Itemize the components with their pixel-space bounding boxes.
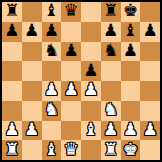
square-g4[interactable] bbox=[121, 81, 141, 101]
square-d2[interactable] bbox=[61, 121, 81, 141]
square-f8[interactable]: ♜ bbox=[101, 2, 121, 22]
square-d3[interactable] bbox=[61, 101, 81, 121]
square-e5[interactable]: ♟ bbox=[81, 61, 101, 81]
square-c1[interactable]: ♝ bbox=[42, 140, 62, 160]
square-e3[interactable] bbox=[81, 101, 101, 121]
square-d4[interactable]: ♟ bbox=[61, 81, 81, 101]
square-h4[interactable] bbox=[140, 81, 160, 101]
white-pawn[interactable]: ♟ bbox=[4, 121, 19, 138]
black-bishop[interactable]: ♝ bbox=[123, 22, 138, 39]
square-f3[interactable]: ♞ bbox=[101, 101, 121, 121]
square-c8[interactable]: ♝ bbox=[42, 2, 62, 22]
square-f6[interactable]: ♞ bbox=[101, 42, 121, 62]
square-f1[interactable]: ♜ bbox=[101, 140, 121, 160]
square-f4[interactable] bbox=[101, 81, 121, 101]
square-d5[interactable] bbox=[61, 61, 81, 81]
white-pawn[interactable]: ♟ bbox=[83, 81, 98, 98]
black-pawn[interactable]: ♟ bbox=[44, 22, 59, 39]
white-bishop[interactable]: ♝ bbox=[83, 121, 98, 138]
black-king[interactable]: ♚ bbox=[123, 2, 138, 19]
white-pawn[interactable]: ♟ bbox=[24, 121, 39, 138]
square-h5[interactable] bbox=[140, 61, 160, 81]
square-a7[interactable]: ♟ bbox=[2, 22, 22, 42]
black-bishop[interactable]: ♝ bbox=[44, 2, 59, 19]
square-a4[interactable] bbox=[2, 81, 22, 101]
white-knight[interactable]: ♞ bbox=[103, 101, 118, 118]
square-b6[interactable] bbox=[22, 42, 42, 62]
square-e4[interactable]: ♟ bbox=[81, 81, 101, 101]
black-knight[interactable]: ♞ bbox=[44, 42, 59, 59]
white-king[interactable]: ♚ bbox=[123, 141, 138, 158]
white-rook[interactable]: ♜ bbox=[4, 141, 19, 158]
square-c3[interactable]: ♞ bbox=[42, 101, 62, 121]
square-a2[interactable]: ♟ bbox=[2, 121, 22, 141]
square-b4[interactable] bbox=[22, 81, 42, 101]
square-c4[interactable]: ♟ bbox=[42, 81, 62, 101]
chess-board: ♜♝♛♜♚♟♟♟♟♝♟♞♟♞♟♟♟♟♟♞♞♟♟♝♟♟♟♜♝♛♜♚ bbox=[0, 0, 162, 162]
white-pawn[interactable]: ♟ bbox=[103, 121, 118, 138]
square-g6[interactable]: ♟ bbox=[121, 42, 141, 62]
white-knight[interactable]: ♞ bbox=[44, 101, 59, 118]
square-c5[interactable] bbox=[42, 61, 62, 81]
square-d7[interactable] bbox=[61, 22, 81, 42]
square-h6[interactable] bbox=[140, 42, 160, 62]
black-rook[interactable]: ♜ bbox=[103, 2, 118, 19]
white-pawn[interactable]: ♟ bbox=[123, 121, 138, 138]
square-b7[interactable]: ♟ bbox=[22, 22, 42, 42]
square-f7[interactable]: ♟ bbox=[101, 22, 121, 42]
white-bishop[interactable]: ♝ bbox=[44, 141, 59, 158]
black-pawn[interactable]: ♟ bbox=[103, 22, 118, 39]
black-knight[interactable]: ♞ bbox=[103, 42, 118, 59]
black-pawn[interactable]: ♟ bbox=[83, 62, 98, 79]
square-b3[interactable] bbox=[22, 101, 42, 121]
black-rook[interactable]: ♜ bbox=[4, 2, 19, 19]
black-pawn[interactable]: ♟ bbox=[143, 22, 158, 39]
black-pawn[interactable]: ♟ bbox=[64, 42, 79, 59]
square-a6[interactable] bbox=[2, 42, 22, 62]
black-pawn[interactable]: ♟ bbox=[123, 42, 138, 59]
square-e6[interactable] bbox=[81, 42, 101, 62]
square-a5[interactable] bbox=[2, 61, 22, 81]
square-g1[interactable]: ♚ bbox=[121, 140, 141, 160]
white-pawn[interactable]: ♟ bbox=[64, 81, 79, 98]
white-pawn[interactable]: ♟ bbox=[143, 121, 158, 138]
square-h8[interactable] bbox=[140, 2, 160, 22]
square-b8[interactable] bbox=[22, 2, 42, 22]
square-g2[interactable]: ♟ bbox=[121, 121, 141, 141]
square-d8[interactable]: ♛ bbox=[61, 2, 81, 22]
square-f2[interactable]: ♟ bbox=[101, 121, 121, 141]
square-e8[interactable] bbox=[81, 2, 101, 22]
square-d1[interactable]: ♛ bbox=[61, 140, 81, 160]
square-a3[interactable] bbox=[2, 101, 22, 121]
square-e2[interactable]: ♝ bbox=[81, 121, 101, 141]
square-g3[interactable] bbox=[121, 101, 141, 121]
square-g7[interactable]: ♝ bbox=[121, 22, 141, 42]
white-rook[interactable]: ♜ bbox=[103, 141, 118, 158]
square-g5[interactable] bbox=[121, 61, 141, 81]
square-h1[interactable] bbox=[140, 140, 160, 160]
black-pawn[interactable]: ♟ bbox=[24, 22, 39, 39]
square-c6[interactable]: ♞ bbox=[42, 42, 62, 62]
square-h7[interactable]: ♟ bbox=[140, 22, 160, 42]
square-h2[interactable]: ♟ bbox=[140, 121, 160, 141]
square-c2[interactable] bbox=[42, 121, 62, 141]
white-queen[interactable]: ♛ bbox=[64, 141, 79, 158]
square-d6[interactable]: ♟ bbox=[61, 42, 81, 62]
square-a1[interactable]: ♜ bbox=[2, 140, 22, 160]
square-b1[interactable] bbox=[22, 140, 42, 160]
white-pawn[interactable]: ♟ bbox=[44, 81, 59, 98]
black-queen[interactable]: ♛ bbox=[64, 2, 79, 19]
black-pawn[interactable]: ♟ bbox=[4, 22, 19, 39]
square-a8[interactable]: ♜ bbox=[2, 2, 22, 22]
square-e1[interactable] bbox=[81, 140, 101, 160]
square-h3[interactable] bbox=[140, 101, 160, 121]
square-c7[interactable]: ♟ bbox=[42, 22, 62, 42]
square-e7[interactable] bbox=[81, 22, 101, 42]
square-g8[interactable]: ♚ bbox=[121, 2, 141, 22]
square-b2[interactable]: ♟ bbox=[22, 121, 42, 141]
square-f5[interactable] bbox=[101, 61, 121, 81]
square-b5[interactable] bbox=[22, 61, 42, 81]
